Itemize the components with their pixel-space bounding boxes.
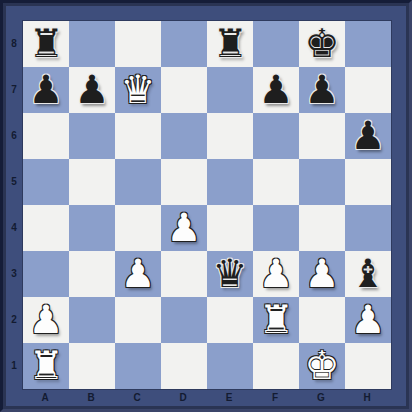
square-c6[interactable] (115, 113, 161, 159)
square-h5[interactable] (345, 159, 391, 205)
rank-label-7: 7 (6, 66, 22, 112)
file-label-f: F (252, 389, 298, 406)
black-queen-e3[interactable]: ♛ (213, 254, 248, 293)
square-d6[interactable] (161, 113, 207, 159)
white-queen-c7[interactable]: ♛ (121, 70, 156, 109)
black-rook-a8[interactable]: ♜ (29, 24, 64, 63)
file-label-h: H (344, 389, 390, 406)
square-f6[interactable] (253, 113, 299, 159)
file-label-a: A (22, 389, 68, 406)
square-g3[interactable]: ♟ (299, 251, 345, 297)
square-e2[interactable] (207, 297, 253, 343)
square-a5[interactable] (23, 159, 69, 205)
square-c8[interactable] (115, 21, 161, 67)
square-d3[interactable] (161, 251, 207, 297)
file-labels: ABCDEFGH (22, 389, 390, 406)
black-bishop-h3[interactable]: ♝ (351, 254, 386, 293)
black-pawn-g7[interactable]: ♟ (305, 70, 340, 109)
square-g4[interactable] (299, 205, 345, 251)
board-margin: 87654321 ♜♜♚♟♟♛♟♟♟♟♟♛♟♟♝♟♜♟♜♚ ABCDEFGH (6, 6, 406, 406)
square-h6[interactable]: ♟ (345, 113, 391, 159)
square-h1[interactable] (345, 343, 391, 389)
square-g2[interactable] (299, 297, 345, 343)
square-b1[interactable] (69, 343, 115, 389)
square-e3[interactable]: ♛ (207, 251, 253, 297)
white-pawn-h2[interactable]: ♟ (351, 300, 386, 339)
square-f4[interactable] (253, 205, 299, 251)
square-a7[interactable]: ♟ (23, 67, 69, 113)
black-pawn-h6[interactable]: ♟ (351, 116, 386, 155)
square-c7[interactable]: ♛ (115, 67, 161, 113)
square-a3[interactable] (23, 251, 69, 297)
black-pawn-f7[interactable]: ♟ (259, 70, 294, 109)
square-b2[interactable] (69, 297, 115, 343)
square-d8[interactable] (161, 21, 207, 67)
rank-labels: 87654321 (6, 20, 22, 388)
square-e7[interactable] (207, 67, 253, 113)
square-e4[interactable] (207, 205, 253, 251)
square-a6[interactable] (23, 113, 69, 159)
square-c2[interactable] (115, 297, 161, 343)
rank-label-8: 8 (6, 20, 22, 66)
square-a1[interactable]: ♜ (23, 343, 69, 389)
square-d5[interactable] (161, 159, 207, 205)
square-h4[interactable] (345, 205, 391, 251)
rank-label-2: 2 (6, 296, 22, 342)
chess-board: ♜♜♚♟♟♛♟♟♟♟♟♛♟♟♝♟♜♟♜♚ (22, 20, 392, 390)
square-e8[interactable]: ♜ (207, 21, 253, 67)
square-e5[interactable] (207, 159, 253, 205)
square-a8[interactable]: ♜ (23, 21, 69, 67)
square-f1[interactable] (253, 343, 299, 389)
square-f3[interactable]: ♟ (253, 251, 299, 297)
square-h3[interactable]: ♝ (345, 251, 391, 297)
square-g1[interactable]: ♚ (299, 343, 345, 389)
square-h2[interactable]: ♟ (345, 297, 391, 343)
square-d4[interactable]: ♟ (161, 205, 207, 251)
white-pawn-a2[interactable]: ♟ (29, 300, 64, 339)
white-rook-f2[interactable]: ♜ (259, 300, 294, 339)
square-c1[interactable] (115, 343, 161, 389)
file-label-b: B (68, 389, 114, 406)
file-label-d: D (160, 389, 206, 406)
square-d1[interactable] (161, 343, 207, 389)
square-b7[interactable]: ♟ (69, 67, 115, 113)
rank-label-5: 5 (6, 158, 22, 204)
square-b5[interactable] (69, 159, 115, 205)
square-e6[interactable] (207, 113, 253, 159)
black-king-g8[interactable]: ♚ (305, 24, 340, 63)
black-rook-e8[interactable]: ♜ (213, 24, 248, 63)
chessboard-frame: 87654321 ♜♜♚♟♟♛♟♟♟♟♟♛♟♟♝♟♜♟♜♚ ABCDEFGH (0, 0, 412, 412)
square-d2[interactable] (161, 297, 207, 343)
black-pawn-a7[interactable]: ♟ (29, 70, 64, 109)
square-h8[interactable] (345, 21, 391, 67)
square-d7[interactable] (161, 67, 207, 113)
square-b6[interactable] (69, 113, 115, 159)
square-a2[interactable]: ♟ (23, 297, 69, 343)
square-b8[interactable] (69, 21, 115, 67)
square-a4[interactable] (23, 205, 69, 251)
white-pawn-g3[interactable]: ♟ (305, 254, 340, 293)
white-pawn-c3[interactable]: ♟ (121, 254, 156, 293)
file-label-c: C (114, 389, 160, 406)
square-b3[interactable] (69, 251, 115, 297)
square-e1[interactable] (207, 343, 253, 389)
square-f2[interactable]: ♜ (253, 297, 299, 343)
square-h7[interactable] (345, 67, 391, 113)
white-rook-a1[interactable]: ♜ (29, 346, 64, 385)
square-g8[interactable]: ♚ (299, 21, 345, 67)
square-c5[interactable] (115, 159, 161, 205)
white-pawn-f3[interactable]: ♟ (259, 254, 294, 293)
rank-label-3: 3 (6, 250, 22, 296)
square-f7[interactable]: ♟ (253, 67, 299, 113)
black-pawn-b7[interactable]: ♟ (75, 70, 110, 109)
square-f8[interactable] (253, 21, 299, 67)
rank-label-4: 4 (6, 204, 22, 250)
square-c4[interactable] (115, 205, 161, 251)
square-c3[interactable]: ♟ (115, 251, 161, 297)
white-pawn-d4[interactable]: ♟ (167, 208, 202, 247)
file-label-g: G (298, 389, 344, 406)
square-g6[interactable] (299, 113, 345, 159)
rank-label-6: 6 (6, 112, 22, 158)
file-label-e: E (206, 389, 252, 406)
square-f5[interactable] (253, 159, 299, 205)
square-g7[interactable]: ♟ (299, 67, 345, 113)
square-b4[interactable] (69, 205, 115, 251)
white-king-g1[interactable]: ♚ (305, 346, 340, 385)
rank-label-1: 1 (6, 342, 22, 388)
square-g5[interactable] (299, 159, 345, 205)
